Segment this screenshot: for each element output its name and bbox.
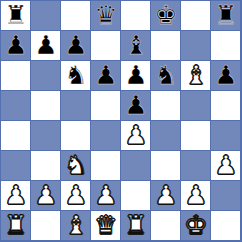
square-h3[interactable]: ♟ <box>211 151 241 181</box>
square-c6[interactable]: ♞ <box>61 61 91 91</box>
square-e7[interactable]: ♝ <box>121 31 151 61</box>
black-pawn[interactable]: ♟ <box>124 60 147 90</box>
square-d5[interactable] <box>91 91 121 121</box>
chess-board-container: ♜♛♚♜♟♟♟♝♞♟♟♞♝♟♟♟♞♟♟♟♟♟♟♟♜♝♛♜♚ <box>0 0 242 242</box>
square-h1[interactable] <box>211 211 241 241</box>
square-f1[interactable] <box>151 211 181 241</box>
square-f7[interactable] <box>151 31 181 61</box>
square-f3[interactable] <box>151 151 181 181</box>
white-pawn[interactable]: ♟ <box>34 180 57 210</box>
square-d4[interactable] <box>91 121 121 151</box>
square-f6[interactable]: ♞ <box>151 61 181 91</box>
square-e3[interactable] <box>121 151 151 181</box>
square-e5[interactable]: ♟ <box>121 91 151 121</box>
square-d7[interactable] <box>91 31 121 61</box>
white-pawn[interactable]: ♟ <box>124 120 147 150</box>
white-queen[interactable]: ♛ <box>94 210 117 240</box>
square-f2[interactable]: ♟ <box>151 181 181 211</box>
square-g3[interactable] <box>181 151 211 181</box>
square-h5[interactable] <box>211 91 241 121</box>
square-a8[interactable]: ♜ <box>1 1 31 31</box>
square-h4[interactable] <box>211 121 241 151</box>
square-b2[interactable]: ♟ <box>31 181 61 211</box>
square-c4[interactable] <box>61 121 91 151</box>
square-f4[interactable] <box>151 121 181 151</box>
white-pawn[interactable]: ♟ <box>4 180 27 210</box>
square-b8[interactable] <box>31 1 61 31</box>
square-c1[interactable]: ♝ <box>61 211 91 241</box>
white-bishop[interactable]: ♝ <box>64 210 87 240</box>
square-d6[interactable]: ♟ <box>91 61 121 91</box>
square-c2[interactable]: ♟ <box>61 181 91 211</box>
black-pawn[interactable]: ♟ <box>214 60 237 90</box>
black-pawn[interactable]: ♟ <box>34 30 57 60</box>
square-b6[interactable] <box>31 61 61 91</box>
white-pawn[interactable]: ♟ <box>154 180 177 210</box>
square-c8[interactable] <box>61 1 91 31</box>
square-a5[interactable] <box>1 91 31 121</box>
square-a3[interactable] <box>1 151 31 181</box>
square-g4[interactable] <box>181 121 211 151</box>
square-h8[interactable]: ♜ <box>211 1 241 31</box>
black-pawn[interactable]: ♟ <box>4 30 27 60</box>
square-h7[interactable] <box>211 31 241 61</box>
square-g7[interactable] <box>181 31 211 61</box>
square-g2[interactable]: ♟ <box>181 181 211 211</box>
square-c3[interactable]: ♞ <box>61 151 91 181</box>
square-d8[interactable]: ♛ <box>91 1 121 31</box>
square-a7[interactable]: ♟ <box>1 31 31 61</box>
square-e8[interactable] <box>121 1 151 31</box>
black-bishop[interactable]: ♝ <box>124 30 147 60</box>
white-bishop[interactable]: ♝ <box>184 60 207 90</box>
square-e1[interactable]: ♜ <box>121 211 151 241</box>
square-f5[interactable] <box>151 91 181 121</box>
square-g1[interactable]: ♚ <box>181 211 211 241</box>
black-rook[interactable]: ♜ <box>4 0 27 30</box>
square-b3[interactable] <box>31 151 61 181</box>
square-d1[interactable]: ♛ <box>91 211 121 241</box>
black-king[interactable]: ♚ <box>154 0 177 30</box>
square-b4[interactable] <box>31 121 61 151</box>
black-rook[interactable]: ♜ <box>214 0 237 30</box>
white-king[interactable]: ♚ <box>184 210 207 240</box>
black-pawn[interactable]: ♟ <box>64 30 87 60</box>
square-g8[interactable] <box>181 1 211 31</box>
square-h6[interactable]: ♟ <box>211 61 241 91</box>
black-pawn[interactable]: ♟ <box>94 60 117 90</box>
square-a6[interactable] <box>1 61 31 91</box>
square-g5[interactable] <box>181 91 211 121</box>
chess-board: ♜♛♚♜♟♟♟♝♞♟♟♞♝♟♟♟♞♟♟♟♟♟♟♟♜♝♛♜♚ <box>0 0 242 242</box>
square-b7[interactable]: ♟ <box>31 31 61 61</box>
square-c5[interactable] <box>61 91 91 121</box>
square-a2[interactable]: ♟ <box>1 181 31 211</box>
square-f8[interactable]: ♚ <box>151 1 181 31</box>
square-b5[interactable] <box>31 91 61 121</box>
black-knight[interactable]: ♞ <box>64 60 87 90</box>
square-d3[interactable] <box>91 151 121 181</box>
white-pawn[interactable]: ♟ <box>64 180 87 210</box>
square-e4[interactable]: ♟ <box>121 121 151 151</box>
square-d2[interactable]: ♟ <box>91 181 121 211</box>
white-knight[interactable]: ♞ <box>64 150 87 180</box>
square-a1[interactable]: ♜ <box>1 211 31 241</box>
square-e2[interactable] <box>121 181 151 211</box>
black-queen[interactable]: ♛ <box>94 0 117 30</box>
black-knight[interactable]: ♞ <box>154 60 177 90</box>
square-h2[interactable] <box>211 181 241 211</box>
square-b1[interactable] <box>31 211 61 241</box>
square-e6[interactable]: ♟ <box>121 61 151 91</box>
white-rook[interactable]: ♜ <box>4 210 27 240</box>
square-a4[interactable] <box>1 121 31 151</box>
square-c7[interactable]: ♟ <box>61 31 91 61</box>
white-pawn[interactable]: ♟ <box>214 150 237 180</box>
white-pawn[interactable]: ♟ <box>94 180 117 210</box>
square-g6[interactable]: ♝ <box>181 61 211 91</box>
black-pawn[interactable]: ♟ <box>124 90 147 120</box>
white-rook[interactable]: ♜ <box>124 210 147 240</box>
white-pawn[interactable]: ♟ <box>184 180 207 210</box>
